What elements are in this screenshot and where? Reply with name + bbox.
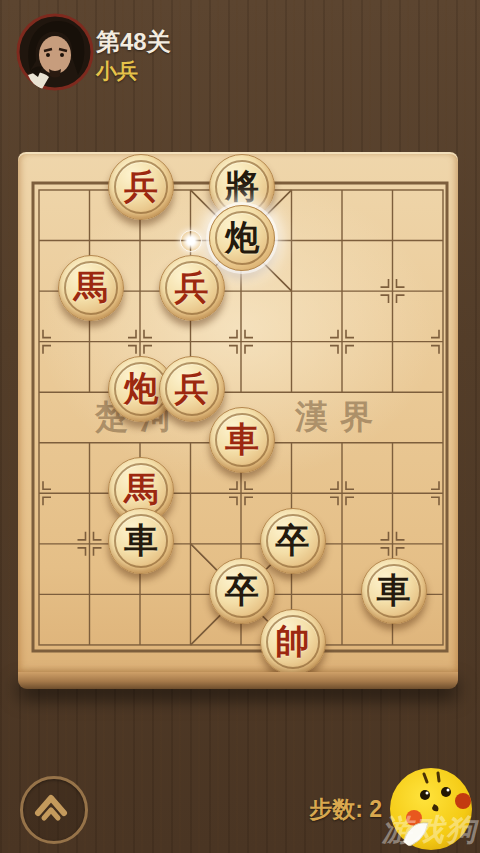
steps-label: 步数: [309, 796, 363, 822]
board-front-edge [18, 672, 458, 689]
player-avatar [16, 13, 94, 91]
level-label: 第48关 [96, 26, 171, 58]
piece-red-兵[interactable]: 兵 [108, 154, 174, 220]
piece-glyph: 兵 [109, 155, 173, 219]
piece-glyph: 兵 [160, 256, 224, 320]
xiangqi-board[interactable]: 楚河 漢界 兵將炮馬兵炮兵車馬車卒卒車帥 [18, 152, 458, 672]
game-screen: 第48关 小兵 楚河 漢界 兵將炮馬兵炮兵車馬車卒卒車帥 步数: 2 [0, 0, 480, 853]
piece-glyph: 車 [362, 559, 426, 623]
steps-value: 2 [369, 796, 382, 822]
piece-red-兵[interactable]: 兵 [159, 255, 225, 321]
site-watermark: 游戏狗 [382, 810, 478, 851]
chevron-up-icon [23, 779, 79, 835]
piece-glyph: 馬 [59, 256, 123, 320]
piece-glyph: 車 [109, 509, 173, 573]
collapse-panel-button[interactable] [20, 776, 88, 844]
piece-black-車[interactable]: 車 [108, 508, 174, 574]
piece-red-馬[interactable]: 馬 [58, 255, 124, 321]
piece-black-車[interactable]: 車 [361, 558, 427, 624]
steps-counter: 步数: 2 [309, 794, 382, 825]
move-hint-sparkle [176, 226, 206, 256]
piece-red-車[interactable]: 車 [209, 407, 275, 473]
river-label-right: 漢界 [295, 395, 385, 440]
header-bar: 第48关 小兵 [0, 0, 480, 110]
player-name-label: 小兵 [96, 57, 138, 85]
piece-glyph: 車 [210, 408, 274, 472]
piece-glyph: 帥 [261, 610, 325, 674]
piece-red-帥[interactable]: 帥 [260, 609, 326, 675]
